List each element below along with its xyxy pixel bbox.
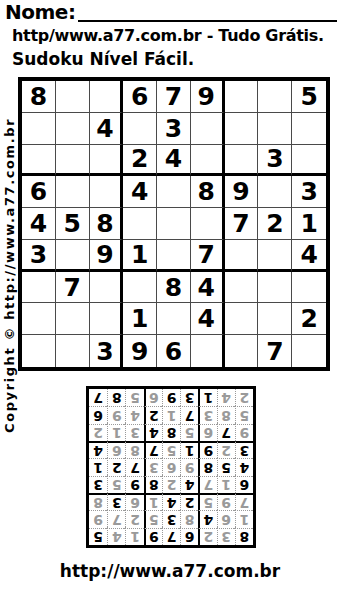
solution-cell-r2c3: 4 — [198, 510, 216, 527]
puzzle-cell-r6c1: 3 — [22, 240, 56, 272]
puzzle-cell-r2c2 — [56, 113, 90, 145]
puzzle-cell-r1c7 — [225, 81, 259, 113]
puzzle-cell-r2c7 — [225, 113, 259, 145]
solution-cell-r6c5: 5 — [162, 441, 180, 458]
solution-cell-r6c7: 8 — [125, 441, 143, 458]
puzzle-cell-r2c6 — [191, 113, 225, 145]
puzzle-cell-r6c6: 7 — [191, 240, 225, 272]
solution-cell-r1c4: 6 — [180, 528, 198, 545]
puzzle-cell-r6c4: 1 — [123, 240, 157, 272]
puzzle-cell-r9c8: 7 — [258, 335, 292, 367]
puzzle-cell-r8c1 — [22, 303, 56, 335]
puzzle-cell-r3c3 — [90, 145, 124, 177]
solution-cell-r8c8: 9 — [107, 406, 125, 423]
puzzle-cell-r7c2: 7 — [56, 272, 90, 304]
solution-cell-r2c8: 7 — [107, 510, 125, 527]
solution-cell-r7c3: 6 — [198, 424, 216, 441]
puzzle-cell-r3c5: 4 — [157, 145, 191, 177]
puzzle-cell-r2c5: 3 — [157, 113, 191, 145]
solution-cell-r5c4: 9 — [180, 458, 198, 475]
solution-cell-r2c5: 3 — [162, 510, 180, 527]
puzzle-cell-r4c7: 9 — [225, 176, 259, 208]
solution-cell-r2c7: 2 — [125, 510, 143, 527]
puzzle-cell-r7c1 — [22, 272, 56, 304]
puzzle-cell-r6c2 — [56, 240, 90, 272]
solution-cell-r5c8: 2 — [107, 458, 125, 475]
solution-cell-r1c8: 4 — [107, 528, 125, 545]
puzzle-cell-r6c3: 9 — [90, 240, 124, 272]
solution-cell-r6c1: 3 — [235, 441, 253, 458]
puzzle-cell-r5c2: 5 — [56, 208, 90, 240]
solution-cell-r2c6: 5 — [144, 510, 162, 527]
puzzle-cell-r7c7 — [225, 272, 259, 304]
solution-cell-r4c7: 9 — [125, 476, 143, 493]
solution-cell-r9c2: 4 — [217, 389, 235, 406]
puzzle-cell-r9c9 — [292, 335, 326, 367]
puzzle-cell-r1c2 — [56, 81, 90, 113]
solution-cell-r6c8: 6 — [107, 441, 125, 458]
puzzle-cell-r5c1: 4 — [22, 208, 56, 240]
solution-cell-r2c9: 9 — [89, 510, 107, 527]
solution-cell-r7c4: 5 — [180, 424, 198, 441]
solution-cell-r2c4: 8 — [180, 510, 198, 527]
puzzle-cell-r1c1: 8 — [22, 81, 56, 113]
puzzle-cell-r9c5: 6 — [157, 335, 191, 367]
puzzle-cell-r5c6 — [191, 208, 225, 240]
puzzle-cell-r9c1 — [22, 335, 56, 367]
sudoku-puzzle-grid: 867954324364893458721391747841423967 — [18, 77, 330, 371]
solution-cell-r7c5: 8 — [162, 424, 180, 441]
name-field-row: Nome: — [5, 2, 337, 22]
solution-cell-r3c5: 4 — [162, 493, 180, 510]
puzzle-cell-r7c6: 4 — [191, 272, 225, 304]
puzzle-cell-r3c2 — [56, 145, 90, 177]
solution-cell-r1c2: 3 — [217, 528, 235, 545]
puzzle-cell-r3c9 — [292, 145, 326, 177]
puzzle-cell-r4c5 — [157, 176, 191, 208]
puzzle-cell-r6c7 — [225, 240, 259, 272]
solution-cell-r4c1: 6 — [235, 476, 253, 493]
solution-cell-r3c3: 5 — [198, 493, 216, 510]
puzzle-cell-r1c6: 9 — [191, 81, 225, 113]
solution-cell-r5c7: 7 — [125, 458, 143, 475]
puzzle-cell-r2c9 — [292, 113, 326, 145]
solution-cell-r7c1: 9 — [235, 424, 253, 441]
solution-cell-r8c9: 6 — [89, 406, 107, 423]
puzzle-cell-r5c7: 7 — [225, 208, 259, 240]
solution-cell-r5c3: 8 — [198, 458, 216, 475]
solution-cell-r9c1: 2 — [235, 389, 253, 406]
puzzle-cell-r7c5: 8 — [157, 272, 191, 304]
solution-cell-r3c2: 9 — [217, 493, 235, 510]
puzzle-cell-r8c9: 2 — [292, 303, 326, 335]
solution-cell-r9c4: 3 — [180, 389, 198, 406]
solution-cell-r3c7: 6 — [125, 493, 143, 510]
solution-cell-r5c2: 5 — [217, 458, 235, 475]
puzzle-cell-r6c5 — [157, 240, 191, 272]
puzzle-cell-r4c6: 8 — [191, 176, 225, 208]
solution-cell-r6c6: 7 — [144, 441, 162, 458]
puzzle-cell-r3c4: 2 — [123, 145, 157, 177]
solution-cell-r9c9: 7 — [89, 389, 107, 406]
puzzle-cell-r9c3: 3 — [90, 335, 124, 367]
solution-cell-r1c9: 5 — [89, 528, 107, 545]
solution-cell-r8c5: 1 — [162, 406, 180, 423]
solution-cell-r1c6: 9 — [144, 528, 162, 545]
solution-cell-r9c3: 1 — [198, 389, 216, 406]
puzzle-cell-r6c9: 4 — [292, 240, 326, 272]
puzzle-cell-r8c8 — [258, 303, 292, 335]
puzzle-cell-r8c7 — [225, 303, 259, 335]
solution-cell-r6c3: 9 — [198, 441, 216, 458]
solution-cell-r7c9: 2 — [89, 424, 107, 441]
solution-cell-r4c2: 1 — [217, 476, 235, 493]
solution-cell-r3c4: 2 — [180, 493, 198, 510]
solution-cell-r8c4: 7 — [180, 406, 198, 423]
solution-cell-r7c8: 1 — [107, 424, 125, 441]
solution-cell-r4c8: 5 — [107, 476, 125, 493]
solution-cell-r5c1: 4 — [235, 458, 253, 475]
puzzle-cell-r1c4: 6 — [123, 81, 157, 113]
solution-cell-r3c8: 3 — [107, 493, 125, 510]
solution-cell-r5c9: 1 — [89, 458, 107, 475]
puzzle-cell-r1c8 — [258, 81, 292, 113]
puzzle-cell-r1c5: 7 — [157, 81, 191, 113]
solution-cell-r9c7: 5 — [125, 389, 143, 406]
puzzle-cell-r4c4: 4 — [123, 176, 157, 208]
solution-cell-r9c6: 6 — [144, 389, 162, 406]
sudoku-print-page: Nome: http/www.a77.com.br - Tudo Grátis.… — [0, 0, 340, 596]
puzzle-cell-r8c6: 4 — [191, 303, 225, 335]
solution-cell-r7c6: 4 — [144, 424, 162, 441]
solution-cell-r1c7: 1 — [125, 528, 143, 545]
puzzle-cell-r3c1 — [22, 145, 56, 177]
solution-cell-r1c1: 8 — [235, 528, 253, 545]
puzzle-cell-r4c8 — [258, 176, 292, 208]
solution-cell-r8c2: 8 — [217, 406, 235, 423]
solution-cell-r6c2: 2 — [217, 441, 235, 458]
puzzle-cell-r9c7 — [225, 335, 259, 367]
solution-cell-r6c9: 4 — [89, 441, 107, 458]
solution-cell-r5c5: 6 — [162, 458, 180, 475]
puzzle-cell-r2c3: 4 — [90, 113, 124, 145]
solution-cell-r7c2: 7 — [217, 424, 235, 441]
solution-cell-r1c3: 2 — [198, 528, 216, 545]
puzzle-cell-r8c4: 1 — [123, 303, 157, 335]
puzzle-cell-r4c9: 3 — [292, 176, 326, 208]
name-label: Nome: — [5, 2, 75, 22]
sudoku-solution-grid: 8326791451648352797952416386174289534589… — [86, 386, 256, 548]
solution-cell-r4c4: 4 — [180, 476, 198, 493]
puzzle-cell-r4c1: 6 — [22, 176, 56, 208]
puzzle-cell-r2c8 — [258, 113, 292, 145]
puzzle-cell-r1c9: 5 — [292, 81, 326, 113]
solution-cell-r3c6: 1 — [144, 493, 162, 510]
solution-cell-r3c1: 7 — [235, 493, 253, 510]
solution-cell-r7c7: 3 — [125, 424, 143, 441]
solution-cell-r8c1: 5 — [235, 406, 253, 423]
puzzle-cell-r1c3 — [90, 81, 124, 113]
puzzle-cell-r8c5 — [157, 303, 191, 335]
puzzle-cell-r3c7 — [225, 145, 259, 177]
puzzle-cell-r5c9: 1 — [292, 208, 326, 240]
puzzle-cell-r5c5 — [157, 208, 191, 240]
puzzle-cell-r3c8: 3 — [258, 145, 292, 177]
puzzle-cell-r3c6 — [191, 145, 225, 177]
puzzle-cell-r9c4: 9 — [123, 335, 157, 367]
puzzle-cell-r5c4 — [123, 208, 157, 240]
puzzle-cell-r6c8 — [258, 240, 292, 272]
solution-cell-r3c9: 8 — [89, 493, 107, 510]
puzzle-cell-r7c8 — [258, 272, 292, 304]
solution-cell-r8c7: 4 — [125, 406, 143, 423]
solution-cell-r6c4: 1 — [180, 441, 198, 458]
puzzle-cell-r7c9 — [292, 272, 326, 304]
puzzle-cell-r5c3: 8 — [90, 208, 124, 240]
solution-cell-r9c5: 9 — [162, 389, 180, 406]
puzzle-cell-r9c6 — [191, 335, 225, 367]
solution-cell-r9c8: 8 — [107, 389, 125, 406]
name-blank-line — [78, 3, 337, 22]
solution-cell-r4c6: 8 — [144, 476, 162, 493]
solution-cell-r4c5: 2 — [162, 476, 180, 493]
puzzle-cell-r7c3 — [90, 272, 124, 304]
puzzle-cell-r5c8: 2 — [258, 208, 292, 240]
solution-cell-r1c5: 7 — [162, 528, 180, 545]
puzzle-cell-r2c1 — [22, 113, 56, 145]
puzzle-cell-r8c2 — [56, 303, 90, 335]
site-tagline: http/www.a77.com.br - Tudo Grátis. — [12, 26, 324, 45]
puzzle-cell-r4c3 — [90, 176, 124, 208]
solution-cell-r4c3: 7 — [198, 476, 216, 493]
puzzle-cell-r9c2 — [56, 335, 90, 367]
puzzle-level-title: Sudoku Nível Fácil. — [12, 49, 194, 69]
copyright-vertical-text: Copyright © http://www.a77.com.br — [2, 118, 17, 433]
solution-cell-r8c6: 2 — [144, 406, 162, 423]
solution-cell-r4c9: 3 — [89, 476, 107, 493]
footer-url: http://www.a77.com.br — [0, 561, 340, 581]
puzzle-cell-r2c4 — [123, 113, 157, 145]
solution-cell-r8c3: 3 — [198, 406, 216, 423]
solution-cell-r5c6: 3 — [144, 458, 162, 475]
puzzle-cell-r4c2 — [56, 176, 90, 208]
solution-cell-r2c1: 1 — [235, 510, 253, 527]
puzzle-cell-r7c4 — [123, 272, 157, 304]
puzzle-cell-r8c3 — [90, 303, 124, 335]
solution-cell-r2c2: 6 — [217, 510, 235, 527]
